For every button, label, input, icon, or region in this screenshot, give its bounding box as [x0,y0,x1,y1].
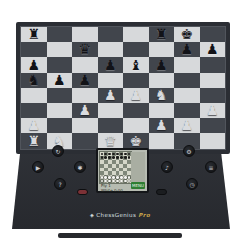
square-h8[interactable] [200,27,226,42]
lcd-piece-dot [112,156,115,159]
square-h6[interactable] [200,57,226,72]
white-p-piece: ♟ [123,88,149,103]
lcd-piece-dot [112,180,115,183]
lcd-piece-dot [116,180,119,183]
white-r-piece: ♜ [21,134,47,149]
brand-diamond-icon: ◈ [90,212,94,218]
lcd-piece-dot [124,156,127,159]
clock-button[interactable]: ◷ [186,178,198,190]
white-p-piece: ♟ [98,88,124,103]
lcd-screen: Ply 1 White 0:00 MENU [96,148,149,193]
square-a4[interactable] [21,88,47,103]
red-function-button[interactable] [77,189,88,195]
square-d5[interactable] [98,73,124,88]
black-p-piece: ♟ [200,42,226,57]
lcd-piece-dot [124,180,127,183]
square-h2[interactable] [200,118,226,133]
square-g3[interactable] [174,103,200,118]
square-d7[interactable] [98,42,124,57]
lcd-piece-dot [104,176,107,179]
square-b4[interactable] [47,88,73,103]
chess-board: ♜♜♚♛♟♟♟♟♝♟♞♟♟♟♟♞♟♟♟♟♟♜♞♛♚ [21,27,225,149]
lcd-piece-dot [112,153,115,156]
black-p-piece: ♟ [21,58,47,73]
lcd-piece-dot [101,176,104,179]
square-e7[interactable] [123,42,149,57]
square-c5[interactable]: ♟ [72,73,98,88]
white-p-piece: ♟ [72,103,98,118]
square-e5[interactable] [123,73,149,88]
square-f1[interactable] [149,133,175,148]
square-e4[interactable]: ♟ [123,88,149,103]
star-button[interactable]: ✱ [74,161,86,173]
lcd-menu-softkey[interactable]: MENU [131,182,145,189]
square-d1[interactable]: ♛ [98,133,124,148]
square-h5[interactable] [200,73,226,88]
square-a5[interactable]: ♞ [21,73,47,88]
square-f5[interactable] [149,73,175,88]
square-f6[interactable]: ♟ [149,57,175,72]
black-p-piece: ♟ [149,58,175,73]
black-k-piece: ♚ [174,27,200,42]
black-p-piece: ♟ [98,58,124,73]
square-e1[interactable]: ♚ [123,133,149,148]
black-p-piece: ♟ [174,42,200,57]
square-c2[interactable] [72,118,98,133]
square-g4[interactable] [174,88,200,103]
black-p-piece: ♟ [47,73,73,88]
square-d3[interactable] [98,103,124,118]
square-b7[interactable] [47,42,73,57]
lcd-piece-dot [124,176,127,179]
square-g5[interactable] [174,73,200,88]
black-function-button[interactable] [156,189,167,195]
white-q-piece: ♛ [98,134,124,149]
square-c4[interactable] [72,88,98,103]
square-h7[interactable]: ♟ [200,42,226,57]
square-c1[interactable] [72,133,98,148]
square-g8[interactable]: ♚ [174,27,200,42]
lcd-piece-dot [108,156,111,159]
square-c3[interactable]: ♟ [72,103,98,118]
square-h4[interactable] [200,88,226,103]
square-d2[interactable] [98,118,124,133]
lcd-piece-dot [120,176,123,179]
sound-button[interactable]: ♪ [161,161,173,173]
square-f7[interactable] [149,42,175,57]
help-button[interactable]: ? [54,178,66,190]
square-e2[interactable] [123,118,149,133]
square-e8[interactable] [123,27,149,42]
black-n-piece: ♞ [21,73,47,88]
white-p-piece: ♟ [200,103,226,118]
lcd-piece-dot [101,153,104,156]
black-b-piece: ♝ [123,58,149,73]
square-a2[interactable]: ♟ [21,118,47,133]
black-p-piece: ♟ [72,73,98,88]
settings-button[interactable]: ⚙ [183,145,195,157]
square-c7[interactable]: ♛ [72,42,98,57]
lcd-piece-dot [101,156,104,159]
lcd-piece-dot [120,153,123,156]
square-a1[interactable]: ♜ [21,133,47,148]
brand-name: ChessGenius [96,212,136,218]
play-button[interactable]: ▶ [32,161,44,173]
square-g7[interactable]: ♟ [174,42,200,57]
square-e3[interactable] [123,103,149,118]
square-a8[interactable]: ♜ [21,27,47,42]
lcd-piece-dot [116,176,119,179]
white-p-piece: ♟ [174,118,200,133]
square-b2[interactable] [47,118,73,133]
lcd-piece-dot [120,180,123,183]
lcd-sidebar [131,152,145,183]
lcd-piece-dot [116,156,119,159]
lcd-piece-dot [116,153,119,156]
lcd-piece-dot [112,176,115,179]
square-a7[interactable] [21,42,47,57]
power-button[interactable]: ↻ [52,145,64,157]
lcd-piece-dot [104,156,107,159]
square-a3[interactable] [21,103,47,118]
lcd-info-line-1: Ply 1 [101,184,111,188]
square-b8[interactable] [47,27,73,42]
square-d8[interactable] [98,27,124,42]
square-f8[interactable]: ♜ [149,27,175,42]
square-g6[interactable] [174,57,200,72]
white-p-piece: ♟ [21,118,47,133]
lcd-piece-dot [120,156,123,159]
square-e6[interactable]: ♝ [123,57,149,72]
square-b3[interactable] [47,103,73,118]
lcd-piece-dot [108,153,111,156]
lcd-mini-board [100,152,131,183]
square-h3[interactable]: ♟ [200,103,226,118]
device-front-edge [58,233,182,238]
white-p-piece: ♟ [149,118,175,133]
lcd-info-line-2: White 0:00 [101,189,123,193]
square-b6[interactable] [47,57,73,72]
menu-button[interactable]: ≡ [205,161,217,173]
lcd-piece-dot [104,153,107,156]
square-c8[interactable] [72,27,98,42]
black-r-piece: ♜ [149,27,175,42]
square-b5[interactable]: ♟ [47,73,73,88]
square-f2[interactable]: ♟ [149,118,175,133]
black-r-piece: ♜ [21,27,47,42]
lcd-piece-dot [108,176,111,179]
white-k-piece: ♚ [123,134,149,149]
lcd-piece-dot [124,153,127,156]
brand-logo: ◈ ChessGenius Pro [0,212,240,218]
square-f4[interactable]: ♞ [149,88,175,103]
square-f3[interactable] [149,103,175,118]
square-d4[interactable]: ♟ [98,88,124,103]
square-g2[interactable]: ♟ [174,118,200,133]
product-photo: ♜♜♚♛♟♟♟♟♝♟♞♟♟♟♟♞♟♟♟♟♟♜♞♛♚ ▶ ↻ ✱ ? ♪ ⚙ ≡ … [0,0,240,240]
white-n-piece: ♞ [149,88,175,103]
black-q-piece: ♛ [72,42,98,57]
square-h1[interactable] [200,133,226,148]
square-a6[interactable]: ♟ [21,57,47,72]
square-d6[interactable]: ♟ [98,57,124,72]
square-c6[interactable] [72,57,98,72]
model-name: Pro [138,212,150,218]
